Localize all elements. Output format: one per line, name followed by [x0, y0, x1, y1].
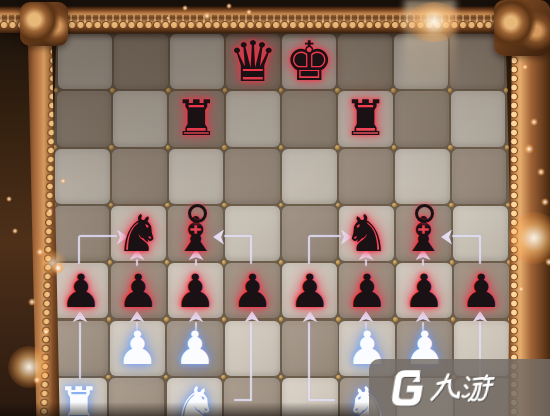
black-rook-icon: ♜ — [174, 94, 218, 143]
piece-black-rook-r1c2[interactable]: ♜ — [167, 90, 225, 148]
arrow-seg-bent-arrow-into-bishop-c4-0 — [224, 235, 252, 237]
gold-stud-r1c8 — [504, 88, 509, 93]
square-r0c2[interactable] — [170, 34, 224, 89]
arrow-seg-knight-attack-on-pawn-d3-0 — [250, 322, 252, 401]
gold-stud-r1c0 — [54, 88, 59, 93]
black-pawn-icon: ♟ — [60, 268, 101, 314]
black-pawn-icon: ♟ — [175, 268, 216, 314]
bishop-halo-icon — [415, 204, 434, 223]
piece-black-knight-r3c5[interactable]: ♞ — [337, 205, 395, 263]
piece-black-pawn-r4c3[interactable]: ♟ — [223, 262, 281, 320]
gold-stud-r2c8 — [505, 145, 510, 150]
frame-corner-top-right — [494, 0, 550, 56]
black-pawn-icon: ♟ — [117, 268, 158, 314]
arrow-seg-bent-arrow-into-bishop-c4-1 — [250, 236, 252, 264]
square-r1c3[interactable] — [226, 91, 280, 146]
piece-black-bishop-r3c6[interactable]: ♝ — [394, 205, 452, 263]
square-r2c5[interactable] — [339, 149, 394, 204]
black-knight-icon: ♞ — [116, 208, 162, 259]
black-pawn-icon: ♟ — [346, 268, 387, 314]
square-r0c1[interactable] — [114, 34, 168, 89]
square-r2c1[interactable] — [112, 149, 167, 204]
square-r1c1[interactable] — [113, 91, 167, 146]
square-r2c2[interactable] — [169, 149, 224, 204]
black-pawn-icon: ♟ — [232, 268, 273, 314]
bottom-shadow — [0, 402, 380, 416]
white-pawn-icon: ♟ — [117, 325, 158, 371]
arrow-seg-bent-arrow-into-knight-f4-0 — [309, 235, 341, 237]
square-r1c7[interactable] — [451, 91, 505, 146]
piece-black-rook-r1c5[interactable]: ♜ — [337, 90, 395, 148]
watermark-jiuyou: 九游 — [369, 359, 550, 416]
arrow-seg-knight-attack-on-pawn-d3-1 — [234, 399, 252, 401]
black-pawn-icon: ♟ — [403, 268, 444, 314]
piece-black-king-r0c4[interactable]: ♚ — [280, 33, 338, 91]
square-r3c3[interactable] — [225, 206, 280, 261]
gold-stud-r1c1 — [110, 88, 115, 93]
square-r2c4[interactable] — [282, 149, 337, 204]
black-knight-icon: ♞ — [344, 208, 390, 259]
jiuyou-text-icon — [428, 371, 495, 405]
piece-black-pawn-r4c5[interactable]: ♟ — [338, 262, 396, 320]
sparkle-19 — [12, 228, 18, 234]
piece-black-pawn-r4c7[interactable]: ♟ — [452, 262, 510, 320]
square-r1c0[interactable] — [57, 91, 111, 146]
sparkle-20 — [6, 196, 12, 202]
square-r5c3[interactable] — [225, 321, 281, 376]
black-rook-icon: ♜ — [344, 94, 388, 143]
jiuyou-logo-icon — [388, 368, 428, 408]
piece-black-pawn-r4c4[interactable]: ♟ — [281, 262, 339, 320]
black-king-icon: ♚ — [285, 35, 333, 89]
black-pawn-icon: ♟ — [289, 268, 330, 314]
piece-black-pawn-r4c2[interactable]: ♟ — [166, 262, 224, 320]
square-r2c6[interactable] — [395, 149, 450, 204]
game-scene: ♛♚♜♜♞♝♞♝♟♟♟♟♟♟♟♟♟♟♟♟♜♞♞ 九游 — [0, 0, 550, 416]
square-r1c6[interactable] — [395, 91, 449, 146]
arrow-seg-bent-arrow-into-bishop-g4-0 — [452, 235, 481, 237]
square-r0c5[interactable] — [338, 34, 392, 89]
piece-black-pawn-r4c1[interactable]: ♟ — [109, 262, 167, 320]
bishop-halo-icon — [188, 204, 207, 223]
piece-white-pawn-r5c2[interactable]: ♟ — [166, 319, 224, 377]
piece-black-bishop-r3c2[interactable]: ♝ — [167, 205, 225, 263]
piece-black-knight-r3c1[interactable]: ♞ — [110, 205, 168, 263]
frame-top-bar — [0, 6, 550, 33]
square-r2c0[interactable] — [55, 149, 110, 204]
arrow-seg-bent-arrow-into-bishop-g4-1 — [479, 236, 481, 264]
arrow-seg-bent-arrow-into-knight-b4-1 — [78, 236, 80, 264]
piece-black-queen-r0c3[interactable]: ♛ — [224, 33, 282, 91]
square-r1c4[interactable] — [282, 91, 336, 146]
black-pawn-icon: ♟ — [460, 268, 501, 314]
square-r2c3[interactable] — [225, 149, 280, 204]
square-r3c0[interactable] — [54, 206, 109, 261]
arrow-seg-bent-arrow-into-knight-f4-1 — [308, 236, 310, 264]
arrow-seg-knight-attack-on-pawn-e3-1 — [309, 399, 335, 401]
arrow-seg-file-a-attack-on-pawn-0 — [79, 322, 81, 379]
gold-stud-r1c7 — [448, 88, 453, 93]
square-r0c6[interactable] — [394, 34, 448, 89]
frame-corner-top-left — [20, 2, 68, 46]
piece-white-pawn-r5c1[interactable]: ♟ — [108, 319, 166, 377]
piece-black-pawn-r4c0[interactable]: ♟ — [52, 262, 110, 320]
piece-black-pawn-r4c6[interactable]: ♟ — [395, 262, 453, 320]
gold-stud-r2c7 — [448, 145, 453, 150]
square-r2c7[interactable] — [452, 149, 507, 204]
gold-stud-r2c1 — [109, 145, 114, 150]
arrow-seg-knight-attack-on-pawn-e3-0 — [308, 322, 310, 401]
black-queen-icon: ♛ — [228, 34, 278, 90]
white-pawn-icon: ♟ — [174, 325, 215, 371]
